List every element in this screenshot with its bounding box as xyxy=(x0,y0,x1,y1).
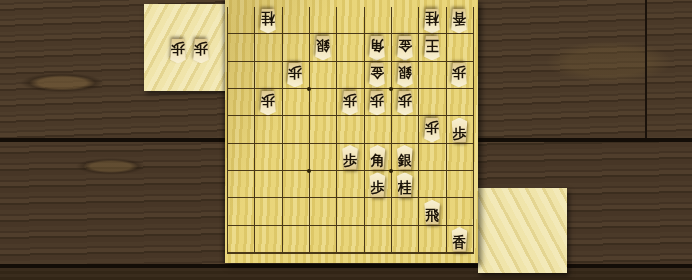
shogi-piece-8a[interactable]: 桂 xyxy=(258,8,279,33)
piece-body: 銀 xyxy=(394,145,415,170)
shogi-piece-1a[interactable]: 香 xyxy=(449,8,470,33)
shogi-piece-4c[interactable]: 金 xyxy=(367,63,388,88)
star-point xyxy=(307,87,311,91)
piece-kanji: 角 xyxy=(370,152,384,166)
shogi-piece-2e[interactable]: 歩 xyxy=(422,118,443,143)
piece-body: 桂 xyxy=(258,8,279,33)
piece-kanji: 歩 xyxy=(425,121,439,135)
piece-body: 歩 xyxy=(168,39,189,64)
piece-kanji: 銀 xyxy=(398,66,412,80)
komadai-sente xyxy=(478,188,567,273)
piece-body: 香 xyxy=(449,8,470,33)
shogi-piece-8d[interactable]: 歩 xyxy=(258,90,279,115)
shogi-piece-4d[interactable]: 歩 xyxy=(367,90,388,115)
piece-body: 歩 xyxy=(258,90,279,115)
piece-body: 歩 xyxy=(422,118,443,143)
shogi-piece-3g[interactable]: 桂 xyxy=(394,172,415,197)
komadai-gote: 歩歩 xyxy=(144,4,228,91)
piece-body: 飛 xyxy=(422,200,443,225)
piece-body: 歩 xyxy=(449,118,470,143)
piece-body: 歩 xyxy=(367,172,388,197)
shogi-piece-3f[interactable]: 銀 xyxy=(394,145,415,170)
piece-body: 桂 xyxy=(394,172,415,197)
shogi-piece-6b[interactable]: 銀 xyxy=(312,36,333,61)
piece-kanji: 銀 xyxy=(316,39,330,53)
plank-gap xyxy=(0,264,692,268)
table-plank-bottom xyxy=(0,268,692,280)
piece-body: 桂 xyxy=(422,8,443,33)
piece-kanji: 桂 xyxy=(398,180,412,194)
piece-body: 香 xyxy=(449,227,470,252)
shogi-piece-in-hand[interactable]: 歩 xyxy=(191,39,212,64)
shogi-piece-1i[interactable]: 香 xyxy=(449,227,470,252)
piece-kanji: 歩 xyxy=(261,94,275,108)
shogi-board: 桂桂香銀角金王歩金銀歩歩歩歩歩歩歩歩角銀歩桂飛香 xyxy=(225,0,478,263)
piece-body: 歩 xyxy=(340,90,361,115)
piece-body: 歩 xyxy=(191,39,212,64)
piece-body: 銀 xyxy=(312,36,333,61)
piece-kanji: 歩 xyxy=(194,42,208,56)
piece-body: 歩 xyxy=(449,63,470,88)
piece-kanji: 桂 xyxy=(425,12,439,26)
piece-body: 金 xyxy=(367,63,388,88)
star-point xyxy=(307,169,311,173)
piece-kanji: 桂 xyxy=(261,12,275,26)
shogi-piece-3b[interactable]: 金 xyxy=(394,36,415,61)
piece-kanji: 歩 xyxy=(370,180,384,194)
shogi-piece-5f[interactable]: 歩 xyxy=(340,145,361,170)
piece-kanji: 歩 xyxy=(343,152,357,166)
piece-kanji: 銀 xyxy=(398,152,412,166)
piece-kanji: 金 xyxy=(398,39,412,53)
piece-kanji: 歩 xyxy=(288,66,302,80)
piece-body: 角 xyxy=(367,145,388,170)
shogi-piece-2h[interactable]: 飛 xyxy=(422,200,443,225)
piece-kanji: 王 xyxy=(425,39,439,53)
piece-kanji: 歩 xyxy=(398,94,412,108)
piece-kanji: 金 xyxy=(370,66,384,80)
star-point xyxy=(389,87,393,91)
shogi-piece-3d[interactable]: 歩 xyxy=(394,90,415,115)
plank-seam xyxy=(645,0,647,138)
piece-body: 角 xyxy=(367,36,388,61)
piece-body: 歩 xyxy=(340,145,361,170)
piece-kanji: 飛 xyxy=(425,207,439,221)
piece-body: 歩 xyxy=(367,90,388,115)
piece-kanji: 歩 xyxy=(171,42,185,56)
shogi-piece-2a[interactable]: 桂 xyxy=(422,8,443,33)
piece-body: 歩 xyxy=(285,63,306,88)
shogi-piece-4f[interactable]: 角 xyxy=(367,145,388,170)
piece-body: 銀 xyxy=(394,63,415,88)
piece-kanji: 角 xyxy=(370,39,384,53)
shogi-piece-5d[interactable]: 歩 xyxy=(340,90,361,115)
piece-kanji: 香 xyxy=(452,12,466,26)
piece-body: 歩 xyxy=(394,90,415,115)
piece-kanji: 香 xyxy=(452,234,466,248)
piece-kanji: 歩 xyxy=(343,94,357,108)
piece-kanji: 歩 xyxy=(452,125,466,139)
shogi-piece-3c[interactable]: 銀 xyxy=(394,63,415,88)
piece-kanji: 歩 xyxy=(370,94,384,108)
piece-body: 王 xyxy=(422,36,443,61)
board-grid: 桂桂香銀角金王歩金銀歩歩歩歩歩歩歩歩角銀歩桂飛香 xyxy=(227,7,474,254)
piece-body: 金 xyxy=(394,36,415,61)
shogi-piece-4g[interactable]: 歩 xyxy=(367,172,388,197)
shogi-piece-1e[interactable]: 歩 xyxy=(449,118,470,143)
shogi-piece-7c[interactable]: 歩 xyxy=(285,63,306,88)
shogi-photo-scene: 歩歩 桂桂香銀角金王歩金銀歩歩歩歩歩歩歩歩角銀歩桂飛香 xyxy=(0,0,692,280)
shogi-piece-4b[interactable]: 角 xyxy=(367,36,388,61)
star-point xyxy=(389,169,393,173)
shogi-piece-in-hand[interactable]: 歩 xyxy=(168,39,189,64)
piece-kanji: 歩 xyxy=(452,66,466,80)
shogi-piece-2b[interactable]: 王 xyxy=(422,36,443,61)
shogi-piece-1c[interactable]: 歩 xyxy=(449,63,470,88)
